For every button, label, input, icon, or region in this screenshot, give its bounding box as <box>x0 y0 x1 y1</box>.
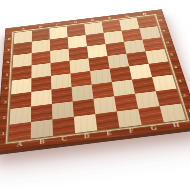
square-f8[interactable] <box>102 20 122 33</box>
square-e6[interactable] <box>87 44 107 58</box>
square-c2[interactable] <box>52 101 74 119</box>
file-label-g-bottom: G <box>142 122 167 134</box>
square-a4[interactable] <box>11 78 31 94</box>
square-b3[interactable] <box>31 89 52 106</box>
rank-label-1-left: 1 <box>0 125 10 143</box>
square-b6[interactable] <box>32 51 51 65</box>
file-label-f-bottom: F <box>119 125 143 137</box>
file-label-h-bottom: H <box>164 119 189 131</box>
square-g4[interactable] <box>129 64 152 80</box>
file-label-e-bottom: E <box>97 128 121 140</box>
square-f5[interactable] <box>107 54 129 69</box>
square-a7[interactable] <box>13 42 32 56</box>
square-e3[interactable] <box>92 82 115 99</box>
square-d3[interactable] <box>72 84 94 101</box>
file-label-b-bottom: B <box>31 136 54 148</box>
square-f2[interactable] <box>114 94 138 112</box>
rank-label-3-left: 3 <box>0 94 11 110</box>
board-photo: ABCDEFGH ABCDEFGH 87654321 87654321 <box>0 0 190 188</box>
file-label-c-bottom: C <box>53 133 76 145</box>
square-c8[interactable] <box>49 26 67 39</box>
square-d7[interactable] <box>68 35 87 49</box>
file-label-d-bottom: D <box>75 130 98 142</box>
square-c5[interactable] <box>51 61 71 76</box>
square-b8[interactable] <box>32 29 50 42</box>
chess-board: ABCDEFGH ABCDEFGH 87654321 87654321 <box>0 9 190 152</box>
file-label-a-bottom: A <box>8 139 31 151</box>
rank-label-2-left: 2 <box>0 109 10 126</box>
